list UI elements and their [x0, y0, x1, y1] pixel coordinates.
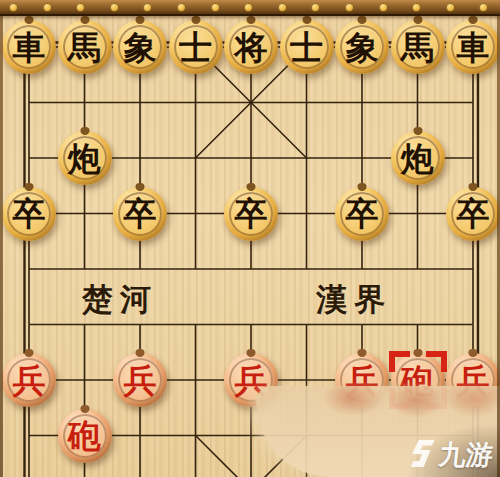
piece-face: 士 — [174, 25, 218, 69]
piece-red-砲[interactable]: 砲 — [58, 409, 112, 463]
piece-glyph: 象 — [124, 32, 157, 65]
piece-face: 車 — [451, 25, 495, 69]
watermark: 九游 — [409, 440, 494, 470]
watermark-logo-text: 九游 — [438, 442, 495, 469]
rivet-stud — [143, 3, 152, 12]
piece-black-士[interactable]: 士 — [280, 20, 334, 74]
rivet-stud — [345, 3, 354, 12]
river-label-han-jie: 漢界 — [316, 279, 392, 321]
piece-black-卒[interactable]: 卒 — [224, 187, 278, 241]
rivet-stud — [278, 3, 287, 12]
piece-black-卒[interactable]: 卒 — [2, 187, 56, 241]
piece-black-卒[interactable]: 卒 — [446, 187, 500, 241]
piece-face: 砲 — [63, 414, 107, 458]
piece-face: 士 — [285, 25, 329, 69]
piece-glyph: 卒 — [235, 198, 268, 231]
piece-red-兵[interactable]: 兵 — [2, 353, 56, 407]
wooden-top-rail — [0, 0, 500, 16]
piece-black-車[interactable]: 車 — [446, 20, 500, 74]
piece-glyph: 兵 — [124, 365, 157, 398]
piece-glyph: 車 — [457, 32, 490, 65]
piece-glyph: 車 — [13, 32, 46, 65]
river-label-chu-he: 楚河 — [82, 279, 158, 321]
piece-black-馬[interactable]: 馬 — [58, 20, 112, 74]
piece-face: 象 — [340, 25, 384, 69]
rivet-stud — [76, 3, 85, 12]
piece-face: 車 — [7, 25, 51, 69]
piece-face: 卒 — [118, 192, 162, 236]
rivet-stud — [479, 3, 488, 12]
piece-face: 卒 — [340, 192, 384, 236]
piece-face: 馬 — [396, 25, 440, 69]
piece-black-炮[interactable]: 炮 — [391, 131, 445, 185]
piece-face: 兵 — [7, 358, 51, 402]
piece-glyph: 卒 — [457, 198, 490, 231]
rivet-stud — [412, 3, 421, 12]
piece-glyph: 卒 — [346, 198, 379, 231]
piece-glyph: 象 — [346, 32, 379, 65]
piece-face: 卒 — [7, 192, 51, 236]
piece-black-将[interactable]: 将 — [224, 20, 278, 74]
piece-glyph: 士 — [179, 32, 212, 65]
piece-face: 卒 — [451, 192, 495, 236]
piece-glyph: 兵 — [13, 365, 46, 398]
piece-black-士[interactable]: 士 — [169, 20, 223, 74]
piece-glyph: 将 — [235, 32, 268, 65]
rivet-stud — [446, 3, 455, 12]
piece-face: 卒 — [229, 192, 273, 236]
piece-face: 炮 — [396, 136, 440, 180]
rivet-stud — [9, 3, 18, 12]
piece-glyph: 馬 — [401, 32, 434, 65]
xiangqi-board-screenshot: 楚河 漢界 車馬象士将士象馬車炮炮卒卒卒卒卒兵兵兵兵砲兵砲 九游 — [0, 0, 500, 477]
piece-black-炮[interactable]: 炮 — [58, 131, 112, 185]
rivet-stud — [110, 3, 119, 12]
piece-glyph: 士 — [290, 32, 323, 65]
piece-black-卒[interactable]: 卒 — [113, 187, 167, 241]
piece-glyph: 砲 — [68, 420, 101, 453]
rivet-stud — [211, 3, 220, 12]
rivet-stud — [177, 3, 186, 12]
piece-red-兵[interactable]: 兵 — [113, 353, 167, 407]
piece-black-卒[interactable]: 卒 — [335, 187, 389, 241]
rivet-stud — [43, 3, 52, 12]
piece-face: 象 — [118, 25, 162, 69]
piece-glyph: 卒 — [124, 198, 157, 231]
piece-black-象[interactable]: 象 — [335, 20, 389, 74]
piece-face: 炮 — [63, 136, 107, 180]
piece-face: 将 — [229, 25, 273, 69]
piece-black-車[interactable]: 車 — [2, 20, 56, 74]
piece-black-馬[interactable]: 馬 — [391, 20, 445, 74]
piece-black-象[interactable]: 象 — [113, 20, 167, 74]
nine-game-g-icon — [409, 440, 436, 470]
piece-glyph: 炮 — [401, 143, 434, 176]
piece-face: 馬 — [63, 25, 107, 69]
rivet-stud — [379, 3, 388, 12]
piece-glyph: 馬 — [68, 32, 101, 65]
piece-face: 兵 — [118, 358, 162, 402]
rivet-stud — [244, 3, 253, 12]
piece-glyph: 卒 — [13, 198, 46, 231]
rivet-stud — [311, 3, 320, 12]
piece-glyph: 炮 — [68, 143, 101, 176]
